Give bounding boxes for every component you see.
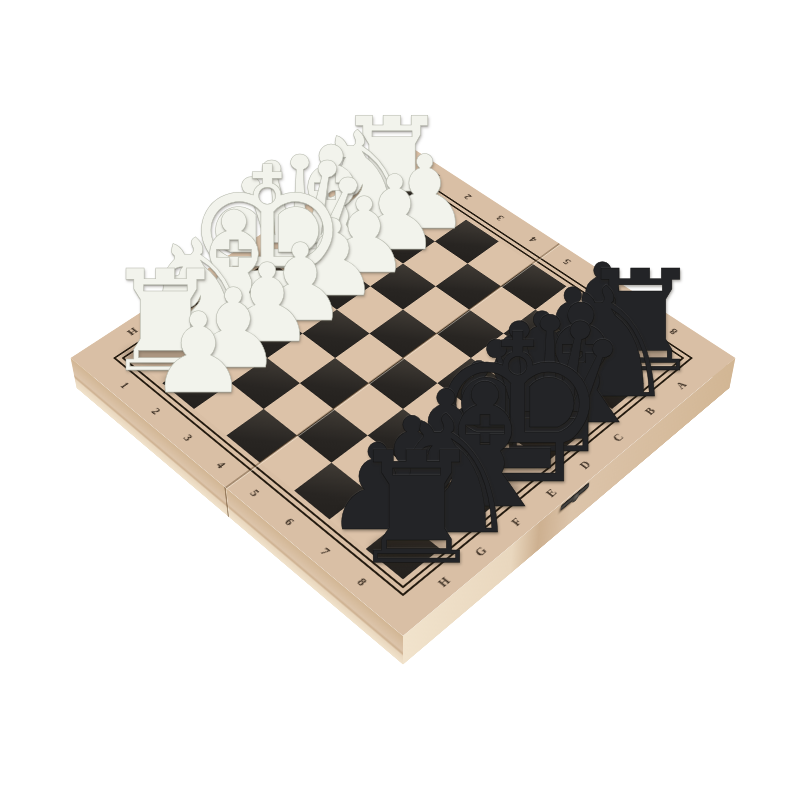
label-rank-near-6: 6	[274, 510, 305, 534]
square-f8	[439, 463, 512, 520]
square-b8	[575, 358, 644, 409]
square-f5	[333, 383, 403, 435]
chess-box: 11AA22BB33CC44DD55EE66FF77GG88HH	[71, 142, 736, 636]
square-h8	[366, 519, 441, 579]
square-h3	[194, 383, 264, 435]
square-f7	[403, 435, 475, 490]
label-file-near-B: B	[636, 400, 665, 422]
square-e6	[403, 383, 473, 435]
square-c8	[542, 383, 612, 435]
square-g6	[331, 435, 403, 490]
label-file-near-C: C	[603, 427, 632, 449]
label-rank-near-4: 4	[206, 454, 236, 477]
square-h7	[329, 491, 403, 549]
label-rank-near-7: 7	[310, 539, 341, 564]
square-g7	[367, 463, 440, 520]
square-h6	[294, 463, 367, 520]
square-f4	[300, 358, 369, 409]
label-file-near-D: D	[570, 454, 600, 477]
square-d6	[437, 358, 506, 409]
square-h2	[162, 358, 231, 409]
square-e7	[438, 409, 509, 463]
square-g8	[403, 491, 477, 549]
square-f6	[368, 409, 439, 463]
label-rank-near-8: 8	[346, 569, 378, 595]
square-d7	[473, 383, 543, 435]
square-g4	[264, 383, 334, 435]
fold-seam-side	[224, 487, 229, 518]
square-g3	[231, 358, 300, 409]
square-g5	[297, 409, 368, 463]
square-h5	[260, 435, 332, 490]
label-file-near-A: A	[667, 375, 696, 396]
chess-board: 11AA22BB33CC44DD55EE66FF77GG88HH	[71, 142, 736, 636]
square-d8	[509, 409, 580, 463]
square-e5	[369, 358, 438, 409]
board-grid	[131, 178, 674, 579]
square-c7	[506, 358, 575, 409]
label-rank-near-3: 3	[173, 427, 202, 449]
square-h4	[226, 409, 297, 463]
label-rank-near-1: 1	[110, 375, 139, 396]
label-rank-near-5: 5	[240, 481, 270, 505]
square-e8	[475, 435, 547, 490]
product-photo-chess-set: 11AA22BB33CC44DD55EE66FF77GG88HH ♜♟♞♟♝♟♛…	[0, 0, 800, 800]
label-rank-near-2: 2	[141, 400, 170, 422]
